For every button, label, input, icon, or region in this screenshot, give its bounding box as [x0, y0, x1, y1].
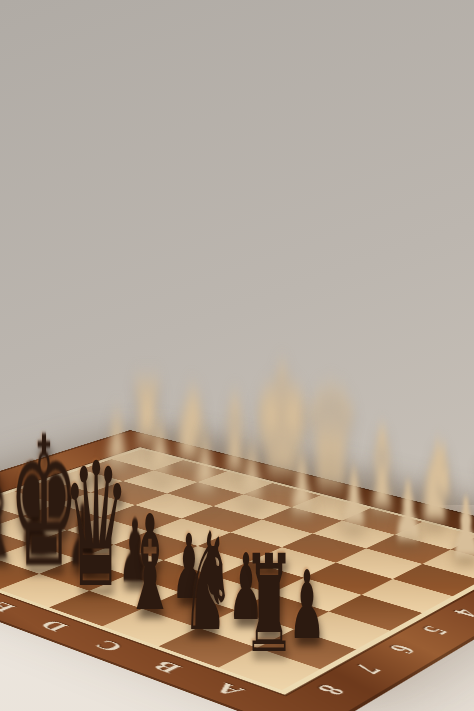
photo-scene: ABCDEFGH87654321 ♜♞♝♛♚♝♞♜♟♟♟♟♟♟♟♟♟♟♟♟♟♟♟… [0, 0, 474, 711]
